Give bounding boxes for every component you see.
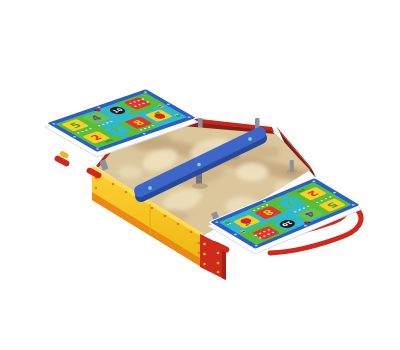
sandbox-product-image: 5 4 10 2 bbox=[0, 0, 400, 350]
sandbox-render: 5 4 10 2 bbox=[0, 0, 400, 350]
front-end-panel-red bbox=[200, 234, 226, 280]
